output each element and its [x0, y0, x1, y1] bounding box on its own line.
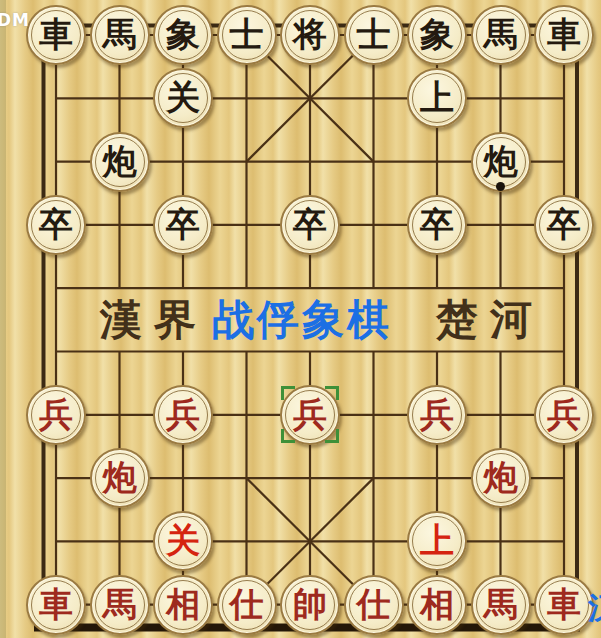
piece-character: 炮: [103, 460, 137, 494]
piece-red-soldier[interactable]: 兵: [153, 385, 213, 445]
piece-red-chariot[interactable]: 車: [26, 575, 86, 635]
piece-character: 卒: [420, 207, 454, 241]
piece-red-cannon[interactable]: 炮: [90, 448, 150, 508]
piece-red-soldier[interactable]: 兵: [407, 385, 467, 445]
piece-red-elephant[interactable]: 相: [153, 575, 213, 635]
piece-character: 兵: [420, 397, 454, 431]
move-dot-marker: [496, 182, 505, 191]
piece-character: 关: [166, 523, 200, 557]
piece-character: 上: [420, 80, 454, 114]
piece-character: 炮: [103, 144, 137, 178]
piece-character: 車: [39, 17, 73, 51]
piece-black-advisor[interactable]: 士: [344, 5, 404, 65]
piece-character: 卒: [166, 207, 200, 241]
piece-character: 車: [547, 17, 581, 51]
piece-character: 兵: [293, 397, 327, 431]
piece-character: 卒: [547, 207, 581, 241]
piece-red-advisor[interactable]: 仕: [344, 575, 404, 635]
piece-black-soldier[interactable]: 卒: [534, 195, 594, 255]
piece-black-chariot[interactable]: 車: [534, 5, 594, 65]
piece-character: 上: [420, 523, 454, 557]
piece-black-chariot[interactable]: 車: [26, 5, 86, 65]
piece-black-shang[interactable]: 上: [407, 68, 467, 128]
piece-character: 仕: [357, 587, 391, 621]
piece-red-general[interactable]: 帥: [280, 575, 340, 635]
piece-character: 仕: [230, 587, 264, 621]
piece-character: 馬: [484, 587, 518, 621]
piece-character: 关: [166, 80, 200, 114]
piece-character: 車: [547, 587, 581, 621]
piece-character: 士: [230, 17, 264, 51]
piece-character: 兵: [166, 397, 200, 431]
piece-black-soldier[interactable]: 卒: [280, 195, 340, 255]
piece-character: 炮: [484, 460, 518, 494]
piece-black-elephant[interactable]: 象: [153, 5, 213, 65]
xiangqi-board[interactable]: 漢界 战俘象棋 楚河 車馬象士将士象馬車关上炮炮卒卒卒卒卒兵兵兵兵兵炮炮关上車馬…: [0, 0, 601, 638]
piece-character: 象: [420, 17, 454, 51]
piece-black-cannon[interactable]: 炮: [90, 132, 150, 192]
piece-character: 将: [293, 17, 327, 51]
piece-character: 卒: [293, 207, 327, 241]
piece-character: 馬: [484, 17, 518, 51]
piece-character: 帥: [293, 587, 327, 621]
piece-character: 炮: [484, 144, 518, 178]
watermark-bottom-right: 汉: [588, 588, 601, 628]
watermark-top-left: DM: [0, 10, 30, 30]
piece-character: 相: [166, 587, 200, 621]
piece-black-general[interactable]: 将: [280, 5, 340, 65]
piece-red-horse[interactable]: 馬: [471, 575, 531, 635]
piece-black-horse[interactable]: 馬: [471, 5, 531, 65]
piece-character: 相: [420, 587, 454, 621]
piece-black-guan[interactable]: 关: [153, 68, 213, 128]
piece-red-shang[interactable]: 上: [407, 511, 467, 571]
piece-red-advisor[interactable]: 仕: [217, 575, 277, 635]
piece-character: 兵: [39, 397, 73, 431]
piece-black-soldier[interactable]: 卒: [407, 195, 467, 255]
piece-character: 馬: [103, 587, 137, 621]
piece-character: 象: [166, 17, 200, 51]
piece-red-soldier[interactable]: 兵: [280, 385, 340, 445]
piece-character: 卒: [39, 207, 73, 241]
piece-red-guan[interactable]: 关: [153, 511, 213, 571]
piece-red-soldier[interactable]: 兵: [26, 385, 86, 445]
piece-grid: 車馬象士将士象馬車关上炮炮卒卒卒卒卒兵兵兵兵兵炮炮关上車馬相仕帥仕相馬車: [24, 3, 596, 636]
piece-red-chariot[interactable]: 車: [534, 575, 594, 635]
piece-black-soldier[interactable]: 卒: [153, 195, 213, 255]
piece-black-soldier[interactable]: 卒: [26, 195, 86, 255]
piece-character: 士: [357, 17, 391, 51]
piece-character: 車: [39, 587, 73, 621]
piece-character: 兵: [547, 397, 581, 431]
piece-red-horse[interactable]: 馬: [90, 575, 150, 635]
piece-character: 馬: [103, 17, 137, 51]
piece-black-elephant[interactable]: 象: [407, 5, 467, 65]
piece-red-cannon[interactable]: 炮: [471, 448, 531, 508]
piece-black-advisor[interactable]: 士: [217, 5, 277, 65]
piece-red-elephant[interactable]: 相: [407, 575, 467, 635]
piece-black-horse[interactable]: 馬: [90, 5, 150, 65]
piece-red-soldier[interactable]: 兵: [534, 385, 594, 445]
